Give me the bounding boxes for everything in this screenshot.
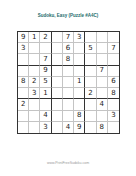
cell-r7c9 xyxy=(108,99,119,110)
cell-r7c6 xyxy=(74,99,85,110)
footer-url: www.PrintFreeSudoku.com xyxy=(0,161,136,165)
cell-r3c1 xyxy=(18,54,29,65)
cell-r5c8 xyxy=(97,77,108,88)
cell-r7c8: 4 xyxy=(97,99,108,110)
cell-r6c8 xyxy=(97,88,108,99)
cell-r4c7 xyxy=(85,66,96,77)
cell-r1c9 xyxy=(108,32,119,43)
cell-r8c9: 3 xyxy=(108,111,119,122)
cell-r1c8 xyxy=(97,32,108,43)
cell-r3c4 xyxy=(52,54,63,65)
cell-r8c7 xyxy=(85,111,96,122)
cell-r3c9 xyxy=(108,54,119,65)
cell-r2c3 xyxy=(40,43,51,54)
cell-r9c2 xyxy=(29,122,40,133)
cell-r4c8: 7 xyxy=(97,66,108,77)
cell-r3c7 xyxy=(85,54,96,65)
cell-r1c3: 2 xyxy=(40,32,51,43)
cell-r4c4 xyxy=(52,66,63,77)
cell-r7c7 xyxy=(85,99,96,110)
cell-r2c9: 7 xyxy=(108,43,119,54)
cell-r1c4 xyxy=(52,32,63,43)
cell-r2c5: 6 xyxy=(63,43,74,54)
cell-r8c3: 4 xyxy=(40,111,51,122)
cell-r9c7 xyxy=(85,122,96,133)
cell-r6c2: 3 xyxy=(29,88,40,99)
cell-r2c4 xyxy=(52,43,63,54)
cell-r9c5: 4 xyxy=(63,122,74,133)
cell-r5c6: 1 xyxy=(74,77,85,88)
cell-r9c3: 3 xyxy=(40,122,51,133)
cell-r7c3 xyxy=(40,99,51,110)
cell-r8c2 xyxy=(29,111,40,122)
cell-r2c7: 5 xyxy=(85,43,96,54)
cell-r4c2 xyxy=(29,66,40,77)
cell-r8c6: 8 xyxy=(74,111,85,122)
cell-r5c1: 8 xyxy=(18,77,29,88)
cell-r2c8 xyxy=(97,43,108,54)
cell-r4c6 xyxy=(74,66,85,77)
cell-r9c8: 8 xyxy=(97,122,108,133)
cell-r6c6 xyxy=(74,88,85,99)
cell-r3c2 xyxy=(29,54,40,65)
cell-r7c1: 2 xyxy=(18,99,29,110)
cell-r1c1: 9 xyxy=(18,32,29,43)
cell-r7c5 xyxy=(63,99,74,110)
cell-r1c5: 7 xyxy=(63,32,74,43)
cell-r6c4 xyxy=(52,88,63,99)
cell-r5c3: 5 xyxy=(40,77,51,88)
cell-r3c5: 8 xyxy=(63,54,74,65)
cell-r4c5 xyxy=(63,66,74,77)
cell-r5c7 xyxy=(85,77,96,88)
cell-r4c3: 9 xyxy=(40,66,51,77)
cell-r2c6 xyxy=(74,43,85,54)
cell-r8c4 xyxy=(52,111,63,122)
cell-r8c1 xyxy=(18,111,29,122)
cell-r7c2 xyxy=(29,99,40,110)
cell-r3c3: 7 xyxy=(40,54,51,65)
cell-r6c9: 8 xyxy=(108,88,119,99)
cell-r1c7 xyxy=(85,32,96,43)
cell-r5c5 xyxy=(63,77,74,88)
cell-r4c1 xyxy=(18,66,29,77)
cell-r9c4 xyxy=(52,122,63,133)
cell-r8c5 xyxy=(63,111,74,122)
sudoku-board: 9127336577897825163128244833498 xyxy=(17,31,120,134)
cell-r1c6: 3 xyxy=(74,32,85,43)
cell-r2c2 xyxy=(29,43,40,54)
cell-r7c4 xyxy=(52,99,63,110)
cell-r9c9 xyxy=(108,122,119,133)
cell-r2c1: 3 xyxy=(18,43,29,54)
cell-r5c2: 2 xyxy=(29,77,40,88)
cell-r1c2: 1 xyxy=(29,32,40,43)
cell-r3c8 xyxy=(97,54,108,65)
cell-r9c1 xyxy=(18,122,29,133)
cell-r4c9 xyxy=(108,66,119,77)
cell-r3c6 xyxy=(74,54,85,65)
cell-r9c6: 9 xyxy=(74,122,85,133)
cell-r6c5 xyxy=(63,88,74,99)
cell-r6c3: 1 xyxy=(40,88,51,99)
cell-r8c8 xyxy=(97,111,108,122)
cell-r6c1 xyxy=(18,88,29,99)
cell-r6c7: 2 xyxy=(85,88,96,99)
cell-r5c9: 6 xyxy=(108,77,119,88)
cell-r5c4 xyxy=(52,77,63,88)
page-title: Sudoku, Easy (Puzzle #A4C) xyxy=(0,13,136,18)
